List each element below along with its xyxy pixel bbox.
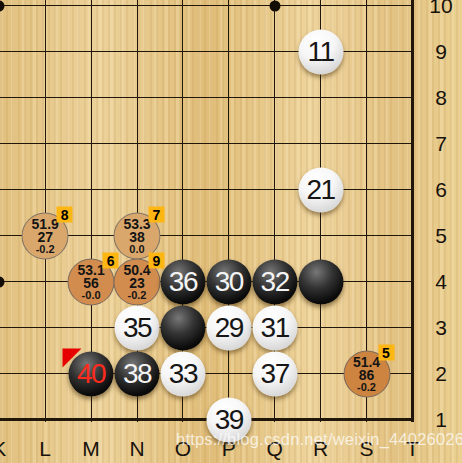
coordinate-label-row-10: 10 (429, 0, 452, 18)
coordinate-label-col-N: N (129, 437, 144, 461)
stone-black-Q4[interactable]: 32 (252, 259, 297, 304)
grid-line-row-9 (0, 51, 414, 52)
last-move-marker-icon (63, 348, 82, 367)
coordinate-label-row-1: 1 (435, 408, 447, 432)
stone-black-N2[interactable]: 38 (115, 351, 160, 396)
stone-number: 31 (261, 312, 289, 344)
grid-line-col-T (411, 0, 414, 422)
stone-number: 30 (215, 266, 243, 298)
stone-black-R4[interactable] (298, 259, 343, 304)
analysis-rank-badge: 7 (149, 206, 165, 222)
analysis-score: -0.0 (82, 289, 101, 300)
stone-white-Q3[interactable]: 31 (252, 305, 297, 350)
analysis-rank-badge: 8 (57, 206, 73, 222)
stone-number: 38 (123, 358, 151, 390)
grid-line-row-8 (0, 97, 414, 98)
grid-line-row-7 (0, 143, 414, 144)
stone-black-O3[interactable] (160, 305, 205, 350)
stone-black-M2[interactable]: 40 (69, 351, 114, 396)
star-point-K4 (0, 276, 5, 287)
grid-line-col-P (228, 0, 229, 422)
stone-white-O2[interactable]: 33 (160, 351, 205, 396)
analysis-rank-badge: 6 (103, 252, 119, 268)
analysis-move-M4[interactable]: 53.156-0.06 (68, 258, 115, 305)
analysis-score: -0.2 (128, 289, 147, 300)
grid-line-row-10 (0, 5, 414, 6)
coordinate-label-row-5: 5 (435, 224, 447, 248)
coordinate-label-col-K: K (0, 437, 6, 461)
analysis-rank-badge: 9 (149, 252, 165, 268)
analysis-score: -0.2 (357, 381, 376, 392)
stone-number: 29 (215, 312, 243, 344)
coordinate-label-row-9: 9 (435, 40, 447, 64)
analysis-move-N4[interactable]: 50.423-0.29 (114, 258, 161, 305)
grid-line-col-L (45, 0, 46, 422)
stone-white-N3[interactable]: 35 (115, 305, 160, 350)
analysis-move-S2[interactable]: 51.486-0.25 (343, 350, 390, 397)
stone-white-Q2[interactable]: 37 (252, 351, 297, 396)
stone-black-P4[interactable]: 30 (206, 259, 251, 304)
coordinate-label-col-L: L (39, 437, 51, 461)
stone-number: 21 (307, 174, 335, 206)
coordinate-label-row-6: 6 (435, 178, 447, 202)
star-point-Q10 (269, 0, 280, 11)
stone-number: 33 (169, 358, 197, 390)
coordinate-label-row-8: 8 (435, 86, 447, 110)
go-board-screenshot: 51.927-0.2853.3380.0753.156-0.0650.423-0… (0, 0, 462, 463)
stone-white-R6[interactable]: 21 (298, 167, 343, 212)
stone-number: 35 (123, 312, 151, 344)
stone-number: 11 (308, 36, 334, 68)
stone-number: 36 (169, 266, 197, 298)
analysis-score: 0.0 (129, 243, 144, 254)
coordinate-label-row-4: 4 (435, 270, 447, 294)
coordinate-label-col-M: M (82, 437, 100, 461)
grid-line-row-6 (0, 189, 414, 190)
stone-white-R9[interactable]: 11 (298, 29, 343, 74)
analysis-rank-badge: 5 (378, 344, 394, 360)
analysis-score: -0.2 (36, 243, 55, 254)
coordinate-label-row-7: 7 (435, 132, 447, 156)
star-point-K10 (0, 0, 5, 11)
analysis-move-L5[interactable]: 51.927-0.28 (22, 212, 69, 259)
stone-number: 37 (261, 358, 289, 390)
coordinate-label-row-2: 2 (435, 362, 447, 386)
stone-white-P3[interactable]: 29 (206, 305, 251, 350)
stone-number: 32 (261, 266, 289, 298)
stone-black-O4[interactable]: 36 (160, 259, 205, 304)
coordinate-label-row-3: 3 (435, 316, 447, 340)
watermark: https://blog.csdn.net/weixin_44026026 (176, 430, 462, 449)
